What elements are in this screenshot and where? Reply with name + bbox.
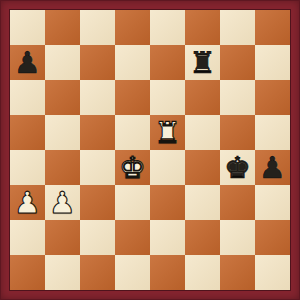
square-g2[interactable] xyxy=(220,220,255,255)
square-h8[interactable] xyxy=(255,10,290,45)
square-f5[interactable] xyxy=(185,115,220,150)
black-pawn[interactable]: ♟ xyxy=(259,150,286,185)
square-e5[interactable]: ♜ xyxy=(150,115,185,150)
square-b5[interactable] xyxy=(45,115,80,150)
square-f6[interactable] xyxy=(185,80,220,115)
square-h5[interactable] xyxy=(255,115,290,150)
square-c3[interactable] xyxy=(80,185,115,220)
square-e7[interactable] xyxy=(150,45,185,80)
square-e3[interactable] xyxy=(150,185,185,220)
square-g4[interactable]: ♚ xyxy=(220,150,255,185)
square-c7[interactable] xyxy=(80,45,115,80)
square-h2[interactable] xyxy=(255,220,290,255)
square-e2[interactable] xyxy=(150,220,185,255)
square-c4[interactable] xyxy=(80,150,115,185)
black-pawn[interactable]: ♟ xyxy=(14,45,41,80)
square-b1[interactable] xyxy=(45,255,80,290)
square-e6[interactable] xyxy=(150,80,185,115)
square-e1[interactable] xyxy=(150,255,185,290)
square-h6[interactable] xyxy=(255,80,290,115)
square-a4[interactable] xyxy=(10,150,45,185)
square-g8[interactable] xyxy=(220,10,255,45)
square-g6[interactable] xyxy=(220,80,255,115)
square-a2[interactable] xyxy=(10,220,45,255)
square-c5[interactable] xyxy=(80,115,115,150)
square-g3[interactable] xyxy=(220,185,255,220)
square-e4[interactable] xyxy=(150,150,185,185)
square-b2[interactable] xyxy=(45,220,80,255)
black-rook[interactable]: ♜ xyxy=(189,45,216,80)
square-a1[interactable] xyxy=(10,255,45,290)
square-b6[interactable] xyxy=(45,80,80,115)
square-c8[interactable] xyxy=(80,10,115,45)
square-d7[interactable] xyxy=(115,45,150,80)
square-f1[interactable] xyxy=(185,255,220,290)
square-h3[interactable] xyxy=(255,185,290,220)
square-h4[interactable]: ♟ xyxy=(255,150,290,185)
square-h7[interactable] xyxy=(255,45,290,80)
chess-board-frame: ♟♜♜♚♚♟♟♟ xyxy=(0,0,300,300)
square-c2[interactable] xyxy=(80,220,115,255)
square-d4[interactable]: ♚ xyxy=(115,150,150,185)
square-f2[interactable] xyxy=(185,220,220,255)
white-pawn[interactable]: ♟ xyxy=(49,185,76,220)
square-e8[interactable] xyxy=(150,10,185,45)
black-king[interactable]: ♚ xyxy=(224,150,251,185)
square-g7[interactable] xyxy=(220,45,255,80)
square-a3[interactable]: ♟ xyxy=(10,185,45,220)
square-a7[interactable]: ♟ xyxy=(10,45,45,80)
square-f3[interactable] xyxy=(185,185,220,220)
square-c6[interactable] xyxy=(80,80,115,115)
square-g5[interactable] xyxy=(220,115,255,150)
square-d5[interactable] xyxy=(115,115,150,150)
white-rook[interactable]: ♜ xyxy=(154,115,181,150)
square-d8[interactable] xyxy=(115,10,150,45)
chess-board: ♟♜♜♚♚♟♟♟ xyxy=(10,10,290,290)
square-d3[interactable] xyxy=(115,185,150,220)
square-c1[interactable] xyxy=(80,255,115,290)
square-f8[interactable] xyxy=(185,10,220,45)
square-g1[interactable] xyxy=(220,255,255,290)
square-b8[interactable] xyxy=(45,10,80,45)
square-f4[interactable] xyxy=(185,150,220,185)
square-f7[interactable]: ♜ xyxy=(185,45,220,80)
white-king[interactable]: ♚ xyxy=(119,150,146,185)
square-d2[interactable] xyxy=(115,220,150,255)
square-d6[interactable] xyxy=(115,80,150,115)
square-a5[interactable] xyxy=(10,115,45,150)
square-a8[interactable] xyxy=(10,10,45,45)
white-pawn[interactable]: ♟ xyxy=(14,185,41,220)
square-b3[interactable]: ♟ xyxy=(45,185,80,220)
square-d1[interactable] xyxy=(115,255,150,290)
square-h1[interactable] xyxy=(255,255,290,290)
square-a6[interactable] xyxy=(10,80,45,115)
square-b7[interactable] xyxy=(45,45,80,80)
square-b4[interactable] xyxy=(45,150,80,185)
